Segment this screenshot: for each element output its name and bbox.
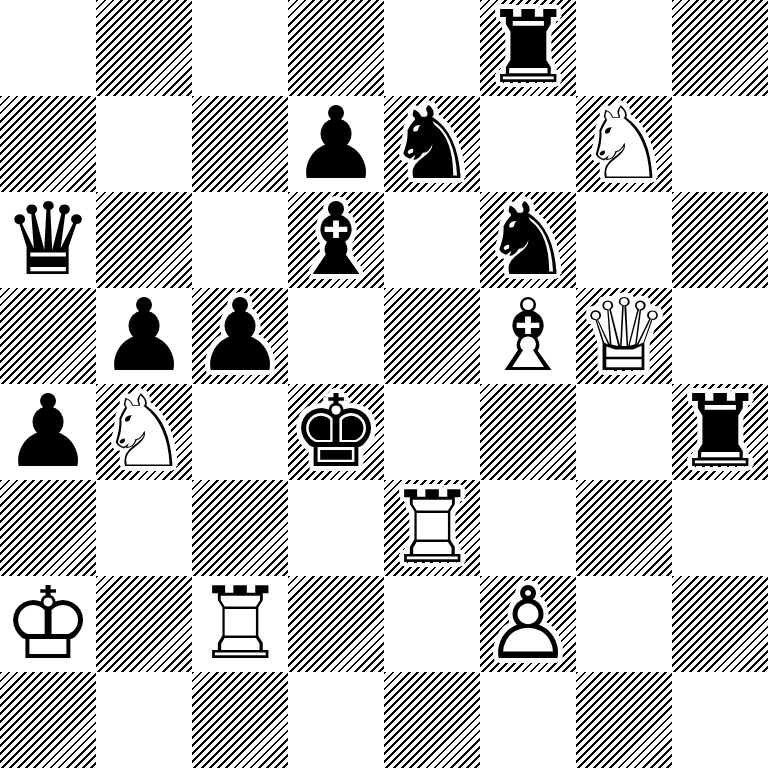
square-h3[interactable] <box>672 480 768 576</box>
square-e6[interactable] <box>384 192 480 288</box>
piece-white-queen[interactable]: ♕ <box>579 288 669 384</box>
square-d3[interactable] <box>288 480 384 576</box>
square-c5[interactable]: ♟♟ <box>192 288 288 384</box>
square-f4[interactable] <box>480 384 576 480</box>
square-d4[interactable]: ♚♚ <box>288 384 384 480</box>
square-e1[interactable] <box>384 672 480 768</box>
square-h7[interactable] <box>672 96 768 192</box>
piece-black-pawn[interactable]: ♟ <box>195 288 285 384</box>
square-f6[interactable]: ♞♞ <box>480 192 576 288</box>
square-b8[interactable] <box>96 0 192 96</box>
piece-black-knight[interactable]: ♞ <box>483 192 573 288</box>
square-g8[interactable] <box>576 0 672 96</box>
piece-black-queen[interactable]: ♛ <box>3 192 93 288</box>
square-e5[interactable] <box>384 288 480 384</box>
square-g6[interactable] <box>576 192 672 288</box>
square-a1[interactable] <box>0 672 96 768</box>
square-f2[interactable]: ♟♙ <box>480 576 576 672</box>
square-b2[interactable] <box>96 576 192 672</box>
square-c7[interactable] <box>192 96 288 192</box>
square-f5[interactable]: ♝♗ <box>480 288 576 384</box>
square-b7[interactable] <box>96 96 192 192</box>
square-g1[interactable] <box>576 672 672 768</box>
square-e7[interactable]: ♞♞ <box>384 96 480 192</box>
square-b1[interactable] <box>96 672 192 768</box>
square-g2[interactable] <box>576 576 672 672</box>
piece-white-rook[interactable]: ♖ <box>195 576 285 672</box>
square-c2[interactable]: ♜♖ <box>192 576 288 672</box>
square-a6[interactable]: ♛♛ <box>0 192 96 288</box>
square-a3[interactable] <box>0 480 96 576</box>
piece-black-pawn[interactable]: ♟ <box>3 384 93 480</box>
square-d7[interactable]: ♟♟ <box>288 96 384 192</box>
square-c4[interactable] <box>192 384 288 480</box>
square-c6[interactable] <box>192 192 288 288</box>
square-g4[interactable] <box>576 384 672 480</box>
piece-black-rook[interactable]: ♜ <box>483 0 573 96</box>
square-e2[interactable] <box>384 576 480 672</box>
square-f3[interactable] <box>480 480 576 576</box>
square-a5[interactable] <box>0 288 96 384</box>
square-c3[interactable] <box>192 480 288 576</box>
square-b6[interactable] <box>96 192 192 288</box>
chess-board: ♜♜♟♟♞♞♞♘♛♛♝♝♞♞♟♟♟♟♝♗♛♕♟♟♞♘♚♚♜♜♜♖♚♔♜♖♟♙ <box>0 0 768 768</box>
piece-black-pawn[interactable]: ♟ <box>291 96 381 192</box>
piece-black-pawn[interactable]: ♟ <box>99 288 189 384</box>
square-e8[interactable] <box>384 0 480 96</box>
square-d6[interactable]: ♝♝ <box>288 192 384 288</box>
square-e4[interactable] <box>384 384 480 480</box>
piece-black-rook[interactable]: ♜ <box>675 384 765 480</box>
square-h2[interactable] <box>672 576 768 672</box>
square-b3[interactable] <box>96 480 192 576</box>
square-d5[interactable] <box>288 288 384 384</box>
piece-white-bishop[interactable]: ♗ <box>483 288 573 384</box>
piece-white-knight[interactable]: ♘ <box>579 96 669 192</box>
square-h6[interactable] <box>672 192 768 288</box>
square-f1[interactable] <box>480 672 576 768</box>
square-a4[interactable]: ♟♟ <box>0 384 96 480</box>
piece-black-king[interactable]: ♚ <box>291 384 381 480</box>
piece-white-rook[interactable]: ♖ <box>387 480 477 576</box>
piece-white-knight[interactable]: ♘ <box>99 384 189 480</box>
piece-white-king[interactable]: ♔ <box>3 576 93 672</box>
square-h1[interactable] <box>672 672 768 768</box>
square-g7[interactable]: ♞♘ <box>576 96 672 192</box>
square-d8[interactable] <box>288 0 384 96</box>
square-a2[interactable]: ♚♔ <box>0 576 96 672</box>
square-h8[interactable] <box>672 0 768 96</box>
square-f8[interactable]: ♜♜ <box>480 0 576 96</box>
square-a8[interactable] <box>0 0 96 96</box>
square-h4[interactable]: ♜♜ <box>672 384 768 480</box>
square-c8[interactable] <box>192 0 288 96</box>
square-b4[interactable]: ♞♘ <box>96 384 192 480</box>
piece-black-knight[interactable]: ♞ <box>387 96 477 192</box>
square-d2[interactable] <box>288 576 384 672</box>
square-c1[interactable] <box>192 672 288 768</box>
chess-diagram: ♜♜♟♟♞♞♞♘♛♛♝♝♞♞♟♟♟♟♝♗♛♕♟♟♞♘♚♚♜♜♜♖♚♔♜♖♟♙ <box>0 0 768 768</box>
square-f7[interactable] <box>480 96 576 192</box>
square-b5[interactable]: ♟♟ <box>96 288 192 384</box>
square-h5[interactable] <box>672 288 768 384</box>
square-d1[interactable] <box>288 672 384 768</box>
square-a7[interactable] <box>0 96 96 192</box>
square-g3[interactable] <box>576 480 672 576</box>
square-e3[interactable]: ♜♖ <box>384 480 480 576</box>
square-g5[interactable]: ♛♕ <box>576 288 672 384</box>
piece-black-bishop[interactable]: ♝ <box>291 192 381 288</box>
piece-white-pawn[interactable]: ♙ <box>483 576 573 672</box>
